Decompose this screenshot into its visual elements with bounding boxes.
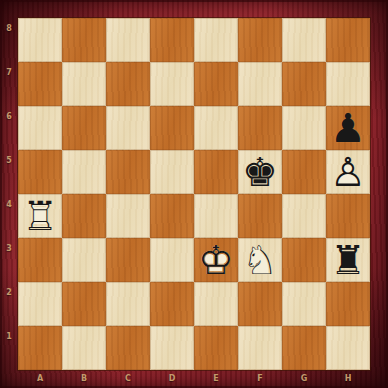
square-c6[interactable]	[106, 106, 150, 150]
square-h8[interactable]	[326, 18, 370, 62]
square-b3[interactable]	[62, 238, 106, 282]
square-b7[interactable]	[62, 62, 106, 106]
rank-label-2: 2	[1, 287, 17, 299]
square-d1[interactable]	[150, 326, 194, 370]
square-g5[interactable]	[282, 150, 326, 194]
file-label-a: A	[18, 372, 62, 385]
square-f6[interactable]	[238, 106, 282, 150]
square-f1[interactable]	[238, 326, 282, 370]
square-e2[interactable]	[194, 282, 238, 326]
square-h3[interactable]: ♜	[326, 238, 370, 282]
file-label-f: F	[238, 372, 282, 385]
square-b4[interactable]	[62, 194, 106, 238]
rank-label-4: 4	[1, 199, 17, 211]
square-a4[interactable]: ♜♖	[18, 194, 62, 238]
square-f4[interactable]	[238, 194, 282, 238]
square-h1[interactable]	[326, 326, 370, 370]
rank-label-5: 5	[1, 155, 17, 167]
square-g6[interactable]	[282, 106, 326, 150]
square-g8[interactable]	[282, 18, 326, 62]
square-a6[interactable]	[18, 106, 62, 150]
rank-label-1: 1	[1, 331, 17, 343]
file-label-h: H	[326, 372, 370, 385]
piece-black-rook[interactable]: ♜	[326, 238, 370, 282]
black-rook-glyph: ♜	[326, 238, 370, 282]
square-h5[interactable]: ♟♙	[326, 150, 370, 194]
square-c8[interactable]	[106, 18, 150, 62]
square-a5[interactable]	[18, 150, 62, 194]
square-d3[interactable]	[150, 238, 194, 282]
square-h2[interactable]	[326, 282, 370, 326]
square-e6[interactable]	[194, 106, 238, 150]
file-label-b: B	[62, 372, 106, 385]
square-d4[interactable]	[150, 194, 194, 238]
square-h6[interactable]: ♟	[326, 106, 370, 150]
file-label-d: D	[150, 372, 194, 385]
square-c2[interactable]	[106, 282, 150, 326]
piece-black-king[interactable]: ♚	[238, 150, 282, 194]
rank-label-6: 6	[1, 111, 17, 123]
file-label-c: C	[106, 372, 150, 385]
square-a8[interactable]	[18, 18, 62, 62]
rank-label-8: 8	[1, 23, 17, 35]
square-a7[interactable]	[18, 62, 62, 106]
black-pawn-glyph: ♟	[326, 106, 370, 150]
piece-white-knight[interactable]: ♞♘	[238, 238, 282, 282]
square-a2[interactable]	[18, 282, 62, 326]
square-e4[interactable]	[194, 194, 238, 238]
square-f7[interactable]	[238, 62, 282, 106]
piece-black-pawn[interactable]: ♟	[326, 106, 370, 150]
square-a3[interactable]	[18, 238, 62, 282]
square-a1[interactable]	[18, 326, 62, 370]
square-f2[interactable]	[238, 282, 282, 326]
square-c3[interactable]	[106, 238, 150, 282]
square-c1[interactable]	[106, 326, 150, 370]
rank-label-7: 7	[1, 67, 17, 79]
black-king-glyph: ♚	[238, 150, 282, 194]
white-rook-glyph-outline: ♖	[18, 194, 62, 238]
square-c4[interactable]	[106, 194, 150, 238]
square-g2[interactable]	[282, 282, 326, 326]
square-h7[interactable]	[326, 62, 370, 106]
square-b2[interactable]	[62, 282, 106, 326]
square-g7[interactable]	[282, 62, 326, 106]
rank-label-3: 3	[1, 243, 17, 255]
square-d7[interactable]	[150, 62, 194, 106]
square-e8[interactable]	[194, 18, 238, 62]
file-label-g: G	[282, 372, 326, 385]
square-e5[interactable]	[194, 150, 238, 194]
file-label-e: E	[194, 372, 238, 385]
piece-white-rook[interactable]: ♜♖	[18, 194, 62, 238]
square-f8[interactable]	[238, 18, 282, 62]
square-b8[interactable]	[62, 18, 106, 62]
square-f3[interactable]: ♞♘	[238, 238, 282, 282]
square-e7[interactable]	[194, 62, 238, 106]
square-e3[interactable]: ♚♔	[194, 238, 238, 282]
square-h4[interactable]	[326, 194, 370, 238]
square-b1[interactable]	[62, 326, 106, 370]
square-b6[interactable]	[62, 106, 106, 150]
white-knight-glyph-outline: ♘	[238, 238, 282, 282]
square-g4[interactable]	[282, 194, 326, 238]
chess-board[interactable]: ♟♚♟♙♜♖♚♔♞♘♜	[18, 18, 370, 370]
square-b5[interactable]	[62, 150, 106, 194]
square-d6[interactable]	[150, 106, 194, 150]
white-king-glyph-outline: ♔	[194, 238, 238, 282]
square-c7[interactable]	[106, 62, 150, 106]
square-d5[interactable]	[150, 150, 194, 194]
square-e1[interactable]	[194, 326, 238, 370]
square-g1[interactable]	[282, 326, 326, 370]
chess-board-frame: 87654321 ABCDEFGH ♟♚♟♙♜♖♚♔♞♘♜	[0, 0, 388, 388]
piece-white-king[interactable]: ♚♔	[194, 238, 238, 282]
piece-white-pawn[interactable]: ♟♙	[326, 150, 370, 194]
square-d2[interactable]	[150, 282, 194, 326]
square-c5[interactable]	[106, 150, 150, 194]
square-f5[interactable]: ♚	[238, 150, 282, 194]
white-pawn-glyph-outline: ♙	[326, 150, 370, 194]
square-g3[interactable]	[282, 238, 326, 282]
square-d8[interactable]	[150, 18, 194, 62]
